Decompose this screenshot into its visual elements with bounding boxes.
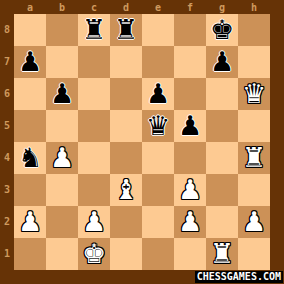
square-d2[interactable] [110,206,142,238]
white-rook[interactable]: ♜ [206,238,238,270]
square-a1[interactable] [14,238,46,270]
square-f8[interactable] [174,14,206,46]
square-e1[interactable] [142,238,174,270]
rank-label-4: 4 [0,142,14,174]
square-h1[interactable] [238,238,270,270]
square-a4[interactable]: ♞ [14,142,46,174]
rank-coordinates: 87654321 [0,14,14,270]
white-bishop[interactable]: ♝ [110,174,142,206]
square-c1[interactable]: ♚ [78,238,110,270]
black-pawn[interactable]: ♟ [174,110,206,142]
square-a3[interactable] [14,174,46,206]
square-f3[interactable]: ♟ [174,174,206,206]
square-g3[interactable] [206,174,238,206]
rank-label-7: 7 [0,46,14,78]
rank-label-6: 6 [0,78,14,110]
square-b2[interactable] [46,206,78,238]
white-pawn[interactable]: ♟ [14,206,46,238]
square-c7[interactable] [78,46,110,78]
square-d1[interactable] [110,238,142,270]
square-d8[interactable]: ♜ [110,14,142,46]
square-c6[interactable] [78,78,110,110]
square-d6[interactable] [110,78,142,110]
square-h8[interactable] [238,14,270,46]
white-pawn[interactable]: ♟ [46,142,78,174]
square-h4[interactable]: ♜ [238,142,270,174]
square-b8[interactable] [46,14,78,46]
square-e2[interactable] [142,206,174,238]
black-rook[interactable]: ♜ [110,14,142,46]
file-label-b: b [46,0,78,15]
square-h7[interactable] [238,46,270,78]
square-c5[interactable] [78,110,110,142]
square-d4[interactable] [110,142,142,174]
black-pawn[interactable]: ♟ [46,78,78,110]
square-b3[interactable] [46,174,78,206]
rank-label-1: 1 [0,238,14,270]
rank-label-8: 8 [0,14,14,46]
square-b6[interactable]: ♟ [46,78,78,110]
white-pawn[interactable]: ♟ [174,206,206,238]
square-d5[interactable] [110,110,142,142]
file-label-f: f [174,0,206,15]
square-g8[interactable]: ♚ [206,14,238,46]
square-b5[interactable] [46,110,78,142]
rank-label-2: 2 [0,206,14,238]
square-c4[interactable] [78,142,110,174]
white-king[interactable]: ♚ [78,238,110,270]
square-f4[interactable] [174,142,206,174]
square-f1[interactable] [174,238,206,270]
square-a6[interactable] [14,78,46,110]
file-coordinates: abcdefgh [14,0,270,14]
black-pawn[interactable]: ♟ [14,46,46,78]
black-queen[interactable]: ♛ [142,110,174,142]
square-h2[interactable]: ♟ [238,206,270,238]
white-pawn[interactable]: ♟ [238,206,270,238]
square-e6[interactable]: ♟ [142,78,174,110]
file-label-a: a [14,0,46,15]
square-a5[interactable] [14,110,46,142]
square-c2[interactable]: ♟ [78,206,110,238]
black-pawn[interactable]: ♟ [206,46,238,78]
file-label-h: h [238,0,270,15]
white-pawn[interactable]: ♟ [78,206,110,238]
square-a7[interactable]: ♟ [14,46,46,78]
white-queen[interactable]: ♛ [238,78,270,110]
square-e4[interactable] [142,142,174,174]
square-b7[interactable] [46,46,78,78]
square-g2[interactable] [206,206,238,238]
square-g7[interactable]: ♟ [206,46,238,78]
black-rook[interactable]: ♜ [78,14,110,46]
square-g1[interactable]: ♜ [206,238,238,270]
file-label-e: e [142,0,174,15]
square-g5[interactable] [206,110,238,142]
square-h3[interactable] [238,174,270,206]
square-c8[interactable]: ♜ [78,14,110,46]
chessgames-watermark: CHESSGAMES.COM [195,271,283,283]
square-e3[interactable] [142,174,174,206]
square-a8[interactable] [14,14,46,46]
chess-board: ♜♜♚♟♟♟♟♛♛♟♞♟♜♝♟♟♟♟♟♚♜ [14,14,270,270]
square-a2[interactable]: ♟ [14,206,46,238]
black-king[interactable]: ♚ [206,14,238,46]
white-pawn[interactable]: ♟ [174,174,206,206]
square-g6[interactable] [206,78,238,110]
white-rook[interactable]: ♜ [238,142,270,174]
square-d7[interactable] [110,46,142,78]
square-h6[interactable]: ♛ [238,78,270,110]
square-b1[interactable] [46,238,78,270]
rank-label-5: 5 [0,110,14,142]
square-f7[interactable] [174,46,206,78]
square-f5[interactable]: ♟ [174,110,206,142]
file-label-d: d [110,0,142,15]
chess-board-frame: abcdefgh 87654321 ♜♜♚♟♟♟♟♛♛♟♞♟♜♝♟♟♟♟♟♚♜ … [0,0,284,284]
black-knight[interactable]: ♞ [14,142,46,174]
square-g4[interactable] [206,142,238,174]
square-e8[interactable] [142,14,174,46]
square-f6[interactable] [174,78,206,110]
square-c3[interactable] [78,174,110,206]
file-label-c: c [78,0,110,15]
square-f2[interactable]: ♟ [174,206,206,238]
rank-label-3: 3 [0,174,14,206]
square-d3[interactable]: ♝ [110,174,142,206]
file-label-g: g [206,0,238,15]
black-pawn[interactable]: ♟ [142,78,174,110]
square-e7[interactable] [142,46,174,78]
square-e5[interactable]: ♛ [142,110,174,142]
square-b4[interactable]: ♟ [46,142,78,174]
square-h5[interactable] [238,110,270,142]
